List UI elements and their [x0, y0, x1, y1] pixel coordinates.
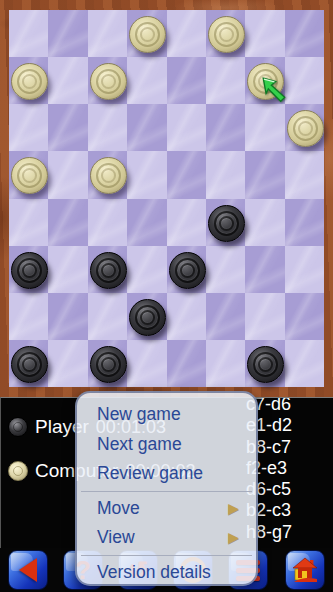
menu-item-move[interactable]: Move▶ — [77, 494, 256, 524]
black-checker-e3[interactable]: ● — [169, 252, 206, 289]
square-h3[interactable] — [285, 246, 324, 293]
square-e8[interactable] — [167, 10, 206, 57]
square-a6[interactable] — [9, 104, 48, 151]
square-c4[interactable] — [88, 199, 127, 246]
back-button[interactable] — [8, 550, 48, 590]
square-f3[interactable] — [206, 246, 245, 293]
menu-divider — [81, 491, 252, 492]
square-e1[interactable] — [167, 340, 206, 387]
menu-divider — [81, 555, 252, 556]
square-f5[interactable] — [206, 151, 245, 198]
square-d4[interactable] — [127, 199, 166, 246]
square-b8[interactable] — [48, 10, 87, 57]
square-h1[interactable] — [285, 340, 324, 387]
square-g3[interactable] — [245, 246, 284, 293]
square-g4[interactable] — [245, 199, 284, 246]
white-checker-c7[interactable]: ● — [90, 63, 127, 100]
square-d3[interactable] — [127, 246, 166, 293]
board-wood-frame: ●●●●●●●●●●●●●●●● — [0, 0, 333, 397]
square-b2[interactable] — [48, 293, 87, 340]
black-checker-a3[interactable]: ● — [11, 252, 48, 289]
white-checker-h6[interactable]: ● — [287, 110, 324, 147]
square-g2[interactable] — [245, 293, 284, 340]
black-checker-a1[interactable]: ● — [11, 346, 48, 383]
square-g8[interactable] — [245, 10, 284, 57]
white-checker-f8[interactable]: ● — [208, 16, 245, 53]
square-e5[interactable] — [167, 151, 206, 198]
square-a2[interactable] — [9, 293, 48, 340]
square-h2[interactable] — [285, 293, 324, 340]
home-button[interactable] — [285, 550, 325, 590]
square-g6[interactable] — [245, 104, 284, 151]
square-f7[interactable] — [206, 57, 245, 104]
square-c6[interactable] — [88, 104, 127, 151]
square-d6[interactable] — [127, 104, 166, 151]
popup-menu: New gameNext gameReview gameMove▶View▶Ve… — [75, 391, 258, 586]
black-checker-c3[interactable]: ● — [90, 252, 127, 289]
square-g5[interactable] — [245, 151, 284, 198]
square-b6[interactable] — [48, 104, 87, 151]
back-icon — [19, 558, 37, 582]
home-icon — [291, 556, 319, 584]
black-checker-d2[interactable]: ● — [129, 299, 166, 336]
square-f2[interactable] — [206, 293, 245, 340]
square-h5[interactable] — [285, 151, 324, 198]
square-h8[interactable] — [285, 10, 324, 57]
square-d5[interactable] — [127, 151, 166, 198]
square-f1[interactable] — [206, 340, 245, 387]
black-checker-f4[interactable]: ● — [208, 205, 245, 242]
square-e2[interactable] — [167, 293, 206, 340]
square-a4[interactable] — [9, 199, 48, 246]
square-e4[interactable] — [167, 199, 206, 246]
menu-item-review-game[interactable]: Review game — [77, 459, 256, 489]
submenu-arrow-icon: ▶ — [228, 523, 239, 553]
square-f6[interactable] — [206, 104, 245, 151]
square-b3[interactable] — [48, 246, 87, 293]
square-b7[interactable] — [48, 57, 87, 104]
menu-item-next-game[interactable]: Next game — [77, 430, 256, 460]
black-piece-icon — [8, 417, 28, 437]
square-d7[interactable] — [127, 57, 166, 104]
square-b4[interactable] — [48, 199, 87, 246]
square-c2[interactable] — [88, 293, 127, 340]
submenu-arrow-icon: ▶ — [228, 494, 239, 524]
white-piece-icon — [8, 461, 28, 481]
checkers-app: ●●●●●●●●●●●●●●●● Player 00:01:03 Compute… — [0, 0, 333, 592]
menu-item-new-game[interactable]: New game — [77, 400, 256, 430]
square-h4[interactable] — [285, 199, 324, 246]
square-a8[interactable] — [9, 10, 48, 57]
square-b1[interactable] — [48, 340, 87, 387]
square-h7[interactable] — [285, 57, 324, 104]
square-e6[interactable] — [167, 104, 206, 151]
black-checker-c1[interactable]: ● — [90, 346, 127, 383]
menu-item-version-details[interactable]: Version details — [77, 558, 256, 588]
square-e7[interactable] — [167, 57, 206, 104]
square-d1[interactable] — [127, 340, 166, 387]
menu-item-view[interactable]: View▶ — [77, 523, 256, 553]
square-b5[interactable] — [48, 151, 87, 198]
square-c8[interactable] — [88, 10, 127, 57]
